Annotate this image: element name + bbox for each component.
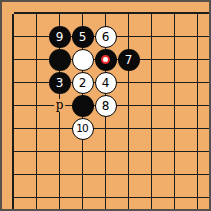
board-point-7-5 [140, 94, 163, 117]
black-stone [72, 95, 94, 117]
board-point-8-4 [163, 71, 186, 94]
board-point-7-3 [140, 48, 163, 71]
board-point-6-3: 7 [117, 48, 140, 71]
white-stone [72, 49, 94, 71]
board-point-8-3 [163, 48, 186, 71]
board-point-4-8 [71, 163, 94, 186]
board-point-6-7 [117, 140, 140, 163]
board-point-1-6 [2, 117, 25, 140]
board-point-2-8 [25, 163, 48, 186]
board-point-5-2: 6 [94, 25, 117, 48]
board-point-7-6 [140, 117, 163, 140]
board-point-9-6 [186, 117, 209, 140]
black-stone [95, 49, 117, 71]
board-point-8-5 [163, 94, 186, 117]
white-stone-6: 6 [95, 26, 117, 48]
board-point-6-5 [117, 94, 140, 117]
board-point-7-4 [140, 71, 163, 94]
board-point-8-2 [163, 25, 186, 48]
board-point-8-8 [163, 163, 186, 186]
board-point-3-2: 9 [48, 25, 71, 48]
go-board: 9567324p810 [2, 2, 209, 209]
board-point-9-8 [186, 163, 209, 186]
board-point-9-3 [186, 48, 209, 71]
black-stone-7: 7 [118, 49, 140, 71]
board-point-7-8 [140, 163, 163, 186]
board-point-4-4: 2 [71, 71, 94, 94]
board-point-6-1 [117, 2, 140, 25]
board-point-7-7 [140, 140, 163, 163]
board-point-5-9 [94, 186, 117, 209]
board-point-4-2: 5 [71, 25, 94, 48]
board-point-5-8 [94, 163, 117, 186]
black-stone-3: 3 [49, 72, 71, 94]
board-point-8-1 [163, 2, 186, 25]
board-point-1-8 [2, 163, 25, 186]
board-point-1-4 [2, 71, 25, 94]
go-diagram: 9567324p810 [0, 0, 211, 211]
board-point-4-5 [71, 94, 94, 117]
board-point-5-5: 8 [94, 94, 117, 117]
black-stone [49, 49, 71, 71]
board-point-3-8 [48, 163, 71, 186]
board-point-2-1 [25, 2, 48, 25]
board-point-9-4 [186, 71, 209, 94]
board-point-8-7 [163, 140, 186, 163]
circle-mark-icon [101, 55, 110, 64]
board-point-8-9 [163, 186, 186, 209]
board-point-9-7 [186, 140, 209, 163]
board-point-4-9 [71, 186, 94, 209]
board-point-7-9 [140, 186, 163, 209]
board-point-2-9 [25, 186, 48, 209]
board-point-5-7 [94, 140, 117, 163]
black-stone-5: 5 [72, 26, 94, 48]
board-point-2-2 [25, 25, 48, 48]
board-point-3-5: p [48, 94, 71, 117]
board-point-3-1 [48, 2, 71, 25]
board-point-1-1 [2, 2, 25, 25]
board-point-5-1 [94, 2, 117, 25]
board-point-5-4: 4 [94, 71, 117, 94]
board-point-1-2 [2, 25, 25, 48]
board-point-4-1 [71, 2, 94, 25]
board-point-6-9 [117, 186, 140, 209]
board-point-3-9 [48, 186, 71, 209]
board-point-3-3 [48, 48, 71, 71]
board-point-9-9 [186, 186, 209, 209]
board-point-1-5 [2, 94, 25, 117]
board-point-6-2 [117, 25, 140, 48]
board-point-9-5 [186, 94, 209, 117]
board-point-9-2 [186, 25, 209, 48]
board-point-2-4 [25, 71, 48, 94]
board-point-4-7 [71, 140, 94, 163]
board-point-3-6 [48, 117, 71, 140]
board-point-1-9 [2, 186, 25, 209]
board-point-3-4: 3 [48, 71, 71, 94]
board-point-5-3 [94, 48, 117, 71]
board-point-3-7 [48, 140, 71, 163]
board-point-6-4 [117, 71, 140, 94]
board-point-2-7 [25, 140, 48, 163]
point-label-p: p [54, 98, 66, 111]
black-stone-9: 9 [49, 26, 71, 48]
board-point-6-6 [117, 117, 140, 140]
board-point-4-6: 10 [71, 117, 94, 140]
board-point-5-6 [94, 117, 117, 140]
board-point-7-1 [140, 2, 163, 25]
board-point-2-3 [25, 48, 48, 71]
white-stone-10: 10 [72, 118, 94, 140]
board-point-1-3 [2, 48, 25, 71]
white-stone-4: 4 [95, 72, 117, 94]
board-point-7-2 [140, 25, 163, 48]
board-point-9-1 [186, 2, 209, 25]
board-point-8-6 [163, 117, 186, 140]
board-point-2-5 [25, 94, 48, 117]
board-point-1-7 [2, 140, 25, 163]
board-point-2-6 [25, 117, 48, 140]
board-point-4-3 [71, 48, 94, 71]
board-point-6-8 [117, 163, 140, 186]
white-stone-2: 2 [72, 72, 94, 94]
white-stone-8: 8 [95, 95, 117, 117]
